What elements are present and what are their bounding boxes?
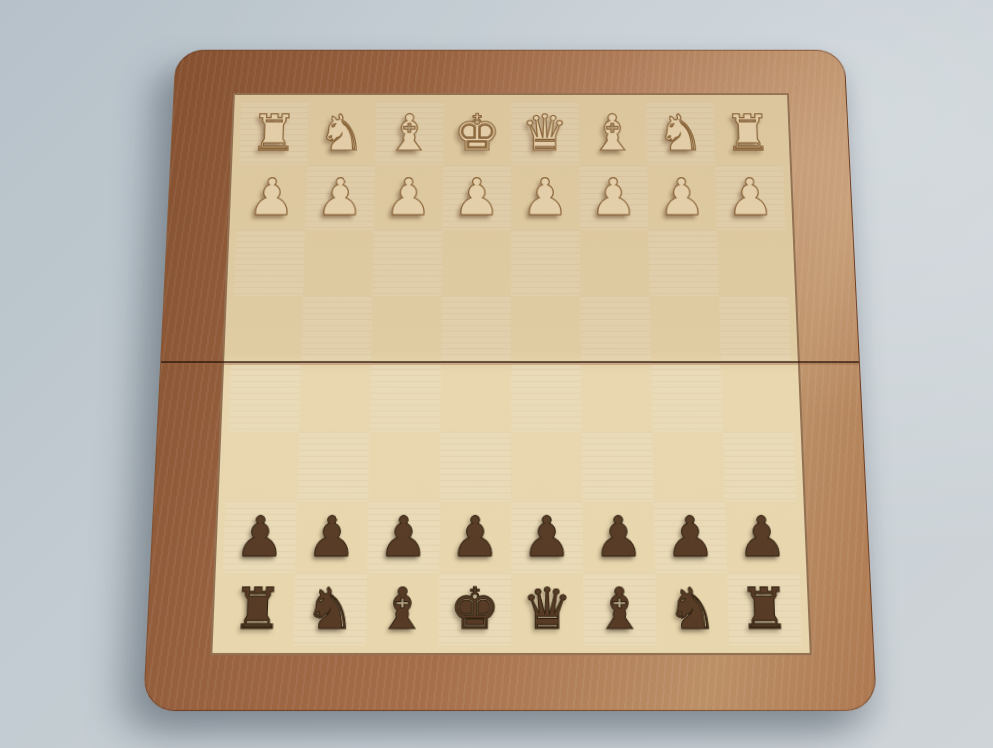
square-a6[interactable] [723,432,796,502]
square-g5[interactable] [299,363,371,432]
square-c2[interactable]: ♟ [579,165,648,230]
square-c7[interactable]: ♟ [582,502,655,573]
square-f1[interactable]: ♝ [375,101,444,165]
chess-board: ♜♞♝♚♛♝♞♜♟♟♟♟♟♟♟♟♟♟♟♟♟♟♟♟♜♞♝♚♛♝♞♜ [143,50,877,711]
piece-wb-f1: ♝ [386,108,434,158]
square-d5[interactable] [511,363,582,432]
square-e7[interactable]: ♟ [439,502,511,573]
square-f6[interactable] [368,432,440,502]
square-d3[interactable] [511,230,580,296]
piece-br-h8: ♜ [231,581,283,638]
piece-bq-d8: ♛ [522,581,572,638]
square-e8[interactable]: ♚ [438,573,511,646]
square-b6[interactable] [652,432,725,502]
square-h6[interactable] [226,432,299,502]
square-c6[interactable] [582,432,654,502]
square-a2[interactable]: ♟ [715,165,786,230]
piece-wp-f2: ♟ [384,172,432,223]
piece-wr-h1: ♜ [250,108,299,158]
photo-scene: ♜♞♝♚♛♝♞♜♟♟♟♟♟♟♟♟♟♟♟♟♟♟♟♟♜♞♝♚♛♝♞♜ [0,0,993,748]
square-b2[interactable]: ♟ [647,165,717,230]
square-d8[interactable]: ♛ [511,573,584,646]
square-f4[interactable] [371,296,442,363]
square-e3[interactable] [442,230,511,296]
square-a1[interactable]: ♜ [713,101,783,165]
square-f8[interactable]: ♝ [365,573,438,646]
square-g1[interactable]: ♞ [307,101,376,165]
square-g4[interactable] [301,296,372,363]
square-g2[interactable]: ♟ [305,165,375,230]
square-a8[interactable]: ♜ [727,573,802,646]
square-e6[interactable] [440,432,511,502]
piece-bp-d7: ♟ [522,509,572,565]
square-b3[interactable] [648,230,719,296]
square-b7[interactable]: ♟ [654,502,727,573]
piece-bn-g8: ♞ [304,581,355,638]
square-a5[interactable] [721,363,794,432]
chess-grid: ♜♞♝♚♛♝♞♜♟♟♟♟♟♟♟♟♟♟♟♟♟♟♟♟♜♞♝♚♛♝♞♜ [220,101,802,645]
piece-wp-h2: ♟ [247,172,296,223]
piece-wp-g2: ♟ [316,172,365,223]
piece-wn-g1: ♞ [318,108,366,158]
piece-bp-b7: ♟ [665,509,716,565]
square-d2[interactable]: ♟ [511,165,580,230]
piece-wp-b2: ♟ [658,172,707,223]
piece-wn-b1: ♞ [656,108,704,158]
square-h3[interactable] [234,230,305,296]
square-f5[interactable] [370,363,441,432]
square-c4[interactable] [580,296,651,363]
piece-bk-e8: ♚ [450,581,500,638]
square-g8[interactable]: ♞ [293,573,367,646]
square-e4[interactable] [441,296,511,363]
piece-bn-b8: ♞ [666,581,718,638]
square-g6[interactable] [297,432,370,502]
board-playfield: ♜♞♝♚♛♝♞♜♟♟♟♟♟♟♟♟♟♟♟♟♟♟♟♟♜♞♝♚♛♝♞♜ [210,93,812,655]
square-d4[interactable] [511,296,581,363]
square-c5[interactable] [581,363,652,432]
piece-bb-c8: ♝ [594,581,645,638]
square-b4[interactable] [650,296,721,363]
piece-wp-e2: ♟ [453,172,501,223]
square-b8[interactable]: ♞ [655,573,729,646]
piece-bp-f7: ♟ [378,509,428,565]
square-h7[interactable]: ♟ [223,502,297,573]
square-c1[interactable]: ♝ [578,101,647,165]
square-d6[interactable] [511,432,582,502]
piece-wk-e1: ♚ [453,108,500,158]
piece-bp-h7: ♟ [234,509,286,565]
square-d1[interactable]: ♛ [511,101,579,165]
square-f3[interactable] [372,230,442,296]
square-g3[interactable] [303,230,374,296]
square-h4[interactable] [231,296,303,363]
square-b5[interactable] [651,363,723,432]
piece-wq-d1: ♛ [521,108,568,158]
piece-wr-a1: ♜ [724,108,773,158]
square-c8[interactable]: ♝ [583,573,656,646]
square-f7[interactable]: ♟ [367,502,440,573]
piece-bb-f8: ♝ [377,581,428,638]
square-e2[interactable]: ♟ [442,165,511,230]
square-e1[interactable]: ♚ [443,101,511,165]
square-h5[interactable] [228,363,301,432]
piece-wp-d2: ♟ [521,172,569,223]
piece-br-a8: ♜ [739,581,791,638]
square-a7[interactable]: ♟ [725,502,799,573]
square-d7[interactable]: ♟ [511,502,583,573]
square-e5[interactable] [440,363,511,432]
piece-wb-c1: ♝ [589,108,637,158]
square-f2[interactable]: ♟ [374,165,443,230]
board-fold-seam [161,361,859,365]
piece-bp-c7: ♟ [593,509,643,565]
square-h8[interactable]: ♜ [220,573,295,646]
square-a4[interactable] [719,296,791,363]
piece-wp-c2: ♟ [590,172,638,223]
piece-bp-e7: ♟ [450,509,500,565]
square-a3[interactable] [717,230,788,296]
piece-wp-a2: ♟ [726,172,775,223]
square-g7[interactable]: ♟ [295,502,368,573]
square-c3[interactable] [580,230,650,296]
piece-bp-g7: ♟ [306,509,357,565]
square-b1[interactable]: ♞ [646,101,715,165]
square-h2[interactable]: ♟ [236,165,307,230]
piece-bp-a7: ♟ [736,509,788,565]
square-h1[interactable]: ♜ [239,101,309,165]
